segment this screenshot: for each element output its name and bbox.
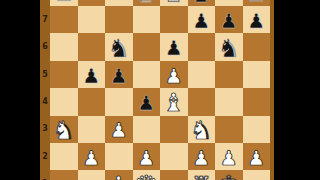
square-b7[interactable] bbox=[78, 6, 106, 33]
white-pawn[interactable]: ♟ bbox=[220, 148, 238, 168]
white-pawn[interactable]: ♟ bbox=[137, 148, 155, 168]
square-a7[interactable] bbox=[50, 6, 78, 33]
square-d6[interactable] bbox=[133, 33, 161, 60]
square-d7[interactable] bbox=[133, 6, 161, 33]
square-h7[interactable]: ♟ bbox=[243, 6, 271, 33]
black-king[interactable]: ♚ bbox=[162, 0, 185, 6]
white-knight[interactable]: ♞ bbox=[53, 118, 75, 143]
square-d8[interactable]: ♛ bbox=[133, 0, 161, 6]
white-bishop[interactable]: ♝ bbox=[108, 173, 130, 180]
square-b4[interactable] bbox=[78, 88, 106, 115]
white-pawn[interactable]: ♟ bbox=[165, 66, 183, 86]
square-h5[interactable] bbox=[243, 61, 271, 88]
square-f6[interactable] bbox=[188, 33, 216, 60]
rank-label-3: 3 bbox=[40, 124, 50, 134]
square-f2[interactable]: ♟ bbox=[188, 143, 216, 170]
square-c3[interactable]: ♟ bbox=[105, 116, 133, 143]
square-h3[interactable] bbox=[243, 116, 271, 143]
square-d2[interactable]: ♟ bbox=[133, 143, 161, 170]
square-a4[interactable] bbox=[50, 88, 78, 115]
square-c1[interactable]: ♝ bbox=[105, 170, 133, 180]
square-f3[interactable]: ♞ bbox=[188, 116, 216, 143]
black-pawn[interactable]: ♟ bbox=[247, 11, 265, 31]
square-f5[interactable] bbox=[188, 61, 216, 88]
square-e7[interactable] bbox=[160, 6, 188, 33]
white-knight[interactable]: ♞ bbox=[190, 118, 212, 143]
black-pawn[interactable]: ♟ bbox=[192, 11, 210, 31]
rank-label-6: 6 bbox=[40, 42, 50, 52]
rank-label-4: 4 bbox=[40, 97, 50, 107]
square-h1[interactable] bbox=[243, 170, 271, 180]
square-g6[interactable]: ♞ bbox=[215, 33, 243, 60]
square-g7[interactable]: ♟ bbox=[215, 6, 243, 33]
square-f4[interactable] bbox=[188, 88, 216, 115]
square-h4[interactable] bbox=[243, 88, 271, 115]
black-rook[interactable]: ♜ bbox=[246, 0, 267, 5]
square-f7[interactable]: ♟ bbox=[188, 6, 216, 33]
square-c4[interactable] bbox=[105, 88, 133, 115]
square-c7[interactable] bbox=[105, 6, 133, 33]
square-e2[interactable] bbox=[160, 143, 188, 170]
square-a8[interactable]: ♜ bbox=[50, 0, 78, 6]
white-pawn[interactable]: ♟ bbox=[192, 148, 210, 168]
square-d5[interactable] bbox=[133, 61, 161, 88]
square-g1[interactable]: ♚ bbox=[215, 170, 243, 180]
square-e3[interactable] bbox=[160, 116, 188, 143]
black-bishop[interactable]: ♝ bbox=[190, 0, 212, 6]
square-a2[interactable] bbox=[50, 143, 78, 170]
white-king[interactable]: ♚ bbox=[217, 172, 240, 180]
square-h8[interactable]: ♜ bbox=[243, 0, 271, 6]
square-d4[interactable]: ♟ bbox=[133, 88, 161, 115]
square-a3[interactable]: ♞ bbox=[50, 116, 78, 143]
app-background: ♜♛♚♝♜♟♟♟♞♟♞♟♟♟♟♝♞♟♞♟♟♟♟♟♝♛♜♚ 87654321 bbox=[0, 0, 320, 180]
black-knight[interactable]: ♞ bbox=[218, 36, 240, 61]
square-d1[interactable]: ♛ bbox=[133, 170, 161, 180]
black-pawn[interactable]: ♟ bbox=[137, 93, 155, 113]
square-b2[interactable]: ♟ bbox=[78, 143, 106, 170]
black-knight[interactable]: ♞ bbox=[108, 36, 130, 61]
square-c5[interactable]: ♟ bbox=[105, 61, 133, 88]
chess-board: ♜♛♚♝♜♟♟♟♞♟♞♟♟♟♟♝♞♟♞♟♟♟♟♟♝♛♜♚ bbox=[50, 0, 270, 180]
rank-label-1: 1 bbox=[40, 179, 50, 180]
square-e6[interactable]: ♟ bbox=[160, 33, 188, 60]
black-pawn[interactable]: ♟ bbox=[220, 11, 238, 31]
square-g2[interactable]: ♟ bbox=[215, 143, 243, 170]
square-g4[interactable] bbox=[215, 88, 243, 115]
square-a6[interactable] bbox=[50, 33, 78, 60]
square-h6[interactable] bbox=[243, 33, 271, 60]
square-b3[interactable] bbox=[78, 116, 106, 143]
square-f1[interactable]: ♜ bbox=[188, 170, 216, 180]
rank-label-5: 5 bbox=[40, 70, 50, 80]
rank-label-7: 7 bbox=[40, 15, 50, 25]
square-c6[interactable]: ♞ bbox=[105, 33, 133, 60]
white-rook[interactable]: ♜ bbox=[191, 174, 212, 180]
square-f8[interactable]: ♝ bbox=[188, 0, 216, 6]
white-pawn[interactable]: ♟ bbox=[247, 148, 265, 168]
black-pawn[interactable]: ♟ bbox=[165, 38, 183, 58]
square-b5[interactable]: ♟ bbox=[78, 61, 106, 88]
square-e5[interactable]: ♟ bbox=[160, 61, 188, 88]
black-pawn[interactable]: ♟ bbox=[82, 66, 100, 86]
white-pawn[interactable]: ♟ bbox=[82, 148, 100, 168]
square-d3[interactable] bbox=[133, 116, 161, 143]
rank-label-2: 2 bbox=[40, 152, 50, 162]
black-queen[interactable]: ♛ bbox=[135, 0, 158, 6]
square-a5[interactable] bbox=[50, 61, 78, 88]
black-rook[interactable]: ♜ bbox=[53, 0, 74, 5]
white-pawn[interactable]: ♟ bbox=[110, 120, 128, 140]
black-pawn[interactable]: ♟ bbox=[110, 66, 128, 86]
square-h2[interactable]: ♟ bbox=[243, 143, 271, 170]
square-b1[interactable] bbox=[78, 170, 106, 180]
square-e4[interactable]: ♝ bbox=[160, 88, 188, 115]
square-c2[interactable] bbox=[105, 143, 133, 170]
square-g5[interactable] bbox=[215, 61, 243, 88]
square-e1[interactable] bbox=[160, 170, 188, 180]
white-bishop[interactable]: ♝ bbox=[163, 90, 185, 115]
square-g3[interactable] bbox=[215, 116, 243, 143]
square-b6[interactable] bbox=[78, 33, 106, 60]
square-a1[interactable] bbox=[50, 170, 78, 180]
white-queen[interactable]: ♛ bbox=[135, 172, 158, 180]
square-e8[interactable]: ♚ bbox=[160, 0, 188, 6]
